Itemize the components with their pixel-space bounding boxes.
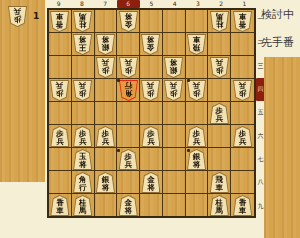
- piece-kanji: 歩兵: [170, 82, 178, 97]
- board-cell-9九[interactable]: 香車: [49, 194, 72, 216]
- piece-kanji: 銀将: [170, 59, 178, 74]
- board-cell-5七[interactable]: [140, 148, 163, 171]
- sente-gold[interactable]: 金将: [119, 195, 138, 216]
- gote-rook[interactable]: 飛車: [187, 34, 206, 55]
- board-cell-9一[interactable]: 香車: [49, 10, 72, 33]
- gote-pawn[interactable]: 歩兵: [164, 80, 183, 101]
- gote-hand-pawn-count: 1: [33, 11, 39, 21]
- piece-kanji: 王将: [79, 36, 87, 51]
- file-label-8: 8: [70, 0, 93, 8]
- piece-kanji: 玉将: [79, 153, 87, 168]
- board-cell-3二[interactable]: 飛車: [186, 33, 209, 56]
- piece-kanji: 金将: [124, 13, 132, 28]
- board-cell-2八[interactable]: 飛車: [208, 171, 231, 194]
- gote-pawn[interactable]: 歩兵: [119, 57, 138, 78]
- board-cell-5五[interactable]: [140, 102, 163, 125]
- board-cell-9二[interactable]: [49, 33, 72, 56]
- file-label-3: 3: [186, 0, 209, 8]
- piece-kanji: 歩兵: [124, 153, 132, 168]
- board-cell-6四[interactable]: 角行: [117, 79, 140, 102]
- piece-kanji: 桂馬: [79, 199, 87, 214]
- board-cell-6七[interactable]: 歩兵: [117, 148, 140, 171]
- gote-lance[interactable]: 香車: [50, 11, 69, 32]
- file-label-9: 9: [47, 0, 70, 8]
- board-cell-8一[interactable]: 桂馬: [72, 10, 95, 33]
- file-label-5: 5: [140, 0, 163, 8]
- board-cell-6一[interactable]: 金将: [117, 10, 140, 33]
- gote-knight[interactable]: 桂馬: [210, 11, 229, 32]
- board-cell-8二[interactable]: 王将: [72, 33, 95, 56]
- sente-silver[interactable]: 銀将: [187, 149, 206, 170]
- board-cell-8七[interactable]: 玉将: [72, 148, 95, 171]
- file-label-1: 1: [233, 0, 256, 8]
- board-cell-7四[interactable]: [95, 79, 118, 102]
- board-cell-4三[interactable]: 銀将: [163, 56, 186, 79]
- board-cell-7九[interactable]: [95, 194, 118, 216]
- board-cell-1七[interactable]: [231, 148, 254, 171]
- piece-kanji: 歩兵: [79, 82, 87, 97]
- board-cell-7七[interactable]: [95, 148, 118, 171]
- sente-pawn[interactable]: 歩兵: [233, 126, 252, 147]
- piece-kanji: 歩兵: [79, 130, 87, 145]
- sente-pawn[interactable]: 歩兵: [141, 126, 160, 147]
- sente-knight[interactable]: 桂馬: [210, 195, 229, 216]
- board-cell-7六[interactable]: 歩兵: [95, 125, 118, 148]
- piece-kanji: 金将: [147, 36, 155, 51]
- board-cell-1一[interactable]: 香車: [231, 10, 254, 33]
- piece-kanji: 歩兵: [216, 59, 224, 74]
- board-cell-4七[interactable]: [163, 148, 186, 171]
- gote-captured-stand: 歩兵 1: [0, 0, 45, 182]
- board-cell-7二[interactable]: 銀将: [95, 33, 118, 56]
- piece-kanji: 歩兵: [102, 130, 110, 145]
- gote-pawn[interactable]: 歩兵: [187, 80, 206, 101]
- shogi-app: 歩兵 1 987654321 一二三四五六七八九 香車桂馬金将桂馬香車王将銀将金…: [0, 0, 300, 238]
- board-cell-4八[interactable]: [163, 171, 186, 194]
- piece-kanji: 銀将: [102, 176, 110, 191]
- board-cell-6八[interactable]: [117, 171, 140, 194]
- board-cell-5六[interactable]: 歩兵: [140, 125, 163, 148]
- gote-pawn[interactable]: 歩兵: [233, 80, 252, 101]
- gote-pawn[interactable]: 歩兵: [210, 57, 229, 78]
- piece-kanji: 角行: [79, 176, 87, 191]
- board-cell-6三[interactable]: 歩兵: [117, 56, 140, 79]
- board-cell-3一[interactable]: [186, 10, 209, 33]
- board-cell-8八[interactable]: 角行: [72, 171, 95, 194]
- piece-kanji: 歩兵: [239, 82, 247, 97]
- file-label-6: 6: [117, 0, 140, 8]
- board-cell-7一[interactable]: [95, 10, 118, 33]
- board-cell-3八[interactable]: [186, 171, 209, 194]
- board-cell-6六[interactable]: [117, 125, 140, 148]
- gote-lance[interactable]: 香車: [233, 11, 252, 32]
- star-point: [187, 79, 190, 82]
- board-cell-9六[interactable]: 歩兵: [49, 125, 72, 148]
- gote-pawn[interactable]: 歩兵: [50, 80, 69, 101]
- board-cell-3三[interactable]: [186, 56, 209, 79]
- piece-kanji: 歩兵: [124, 59, 132, 74]
- piece-kanji: 歩兵: [147, 130, 155, 145]
- gote-pawn[interactable]: 歩兵: [141, 80, 160, 101]
- board-cell-9五[interactable]: [49, 102, 72, 125]
- board-cell-2四[interactable]: [208, 79, 231, 102]
- board-cell-4四[interactable]: 歩兵: [163, 79, 186, 102]
- board-cell-1二[interactable]: [231, 33, 254, 56]
- board-cell-3九[interactable]: [186, 194, 209, 216]
- board-cell-2九[interactable]: 桂馬: [208, 194, 231, 216]
- sente-pawn[interactable]: 歩兵: [50, 126, 69, 147]
- sente-silver[interactable]: 銀将: [96, 172, 115, 193]
- piece-kanji: 銀将: [193, 153, 201, 168]
- gote-knight[interactable]: 桂馬: [73, 11, 92, 32]
- board-cell-8六[interactable]: 歩兵: [72, 125, 95, 148]
- sente-pawn[interactable]: 歩兵: [210, 103, 229, 124]
- sente-pawn[interactable]: 歩兵: [96, 126, 115, 147]
- status-text: 検討中: [261, 7, 294, 22]
- piece-kanji: 歩兵: [193, 130, 201, 145]
- sente-knight[interactable]: 桂馬: [73, 195, 92, 216]
- piece-kanji: 歩兵: [193, 82, 201, 97]
- board-cell-2一[interactable]: 桂馬: [208, 10, 231, 33]
- piece-kanji: 歩兵: [56, 82, 64, 97]
- board-cell-6九[interactable]: 金将: [117, 194, 140, 216]
- gote-pawn[interactable]: 歩兵: [96, 57, 115, 78]
- file-labels: 987654321: [47, 0, 256, 8]
- board-cell-4五[interactable]: [163, 102, 186, 125]
- board-cell-1六[interactable]: 歩兵: [231, 125, 254, 148]
- star-point: [117, 149, 120, 152]
- board-cell-6五[interactable]: [117, 102, 140, 125]
- file-label-2: 2: [210, 0, 233, 8]
- board-cell-2二[interactable]: [208, 33, 231, 56]
- board-cell-8九[interactable]: 桂馬: [72, 194, 95, 216]
- sente-rook[interactable]: 飛車: [210, 172, 229, 193]
- board-cell-8五[interactable]: [72, 102, 95, 125]
- board-cell-2七[interactable]: [208, 148, 231, 171]
- board-cell-2三[interactable]: 歩兵: [208, 56, 231, 79]
- piece-kanji: 銀将: [102, 36, 110, 51]
- board-cell-1三[interactable]: [231, 56, 254, 79]
- gote-hand-pawn[interactable]: 歩兵: [8, 6, 27, 27]
- board-cell-1四[interactable]: 歩兵: [231, 79, 254, 102]
- board-cell-2五[interactable]: 歩兵: [208, 102, 231, 125]
- shogi-board: 香車桂馬金将桂馬香車王将銀将金将飛車歩兵歩兵銀将歩兵歩兵歩兵角行歩兵歩兵歩兵歩兵…: [47, 8, 256, 218]
- board-cell-5八[interactable]: 金将: [140, 171, 163, 194]
- board-cell-8三[interactable]: [72, 56, 95, 79]
- board-cell-9三[interactable]: [49, 56, 72, 79]
- piece-kanji: 角行: [124, 82, 132, 97]
- gote-king[interactable]: 王将: [73, 34, 92, 55]
- board-cell-3四[interactable]: 歩兵: [186, 79, 209, 102]
- piece-kanji: 歩兵: [239, 130, 247, 145]
- star-point: [187, 149, 190, 152]
- board-cell-9八[interactable]: [49, 171, 72, 194]
- piece-kanji: 金将: [124, 199, 132, 214]
- sente-king[interactable]: 玉将: [73, 149, 92, 170]
- sente-lance[interactable]: 香車: [50, 195, 69, 216]
- board-cell-3六[interactable]: 歩兵: [186, 125, 209, 148]
- piece-kanji: 歩兵: [147, 82, 155, 97]
- board-cell-9七[interactable]: [49, 148, 72, 171]
- star-point: [117, 79, 120, 82]
- board-cell-5二[interactable]: 金将: [140, 33, 163, 56]
- piece-kanji: 桂馬: [216, 13, 224, 28]
- piece-kanji: 飛車: [193, 36, 201, 51]
- piece-kanji: 飛車: [216, 176, 224, 191]
- sente-pawn[interactable]: 歩兵: [73, 126, 92, 147]
- piece-kanji: 歩兵: [14, 8, 22, 23]
- board-cell-9四[interactable]: 歩兵: [49, 79, 72, 102]
- gote-gold[interactable]: 金将: [119, 11, 138, 32]
- piece-kanji: 桂馬: [79, 13, 87, 28]
- board-cell-8四[interactable]: 歩兵: [72, 79, 95, 102]
- board-cell-2六[interactable]: [208, 125, 231, 148]
- gote-bishop[interactable]: 角行: [119, 80, 138, 101]
- piece-kanji: 香車: [56, 199, 64, 214]
- board-cell-4九[interactable]: [163, 194, 186, 216]
- piece-kanji: 歩兵: [216, 107, 224, 122]
- board-cell-7五[interactable]: [95, 102, 118, 125]
- board-cell-7三[interactable]: 歩兵: [95, 56, 118, 79]
- piece-kanji: 歩兵: [56, 130, 64, 145]
- board-cell-1九[interactable]: 香車: [231, 194, 254, 216]
- board-cell-4二[interactable]: [163, 33, 186, 56]
- file-label-4: 4: [163, 0, 186, 8]
- board-cell-5九[interactable]: [140, 194, 163, 216]
- board-cell-7八[interactable]: 銀将: [95, 171, 118, 194]
- board-cell-1八[interactable]: [231, 171, 254, 194]
- piece-kanji: 香車: [239, 13, 247, 28]
- piece-kanji: 桂馬: [216, 199, 224, 214]
- board-cell-4一[interactable]: [163, 10, 186, 33]
- sente-captured-stand: [264, 57, 300, 238]
- turn-indicator: 先手番: [261, 35, 294, 50]
- sente-gold[interactable]: 金将: [141, 172, 160, 193]
- board-cell-5四[interactable]: 歩兵: [140, 79, 163, 102]
- gote-pawn[interactable]: 歩兵: [8, 6, 27, 27]
- board-cell-1五[interactable]: [231, 102, 254, 125]
- sente-bishop[interactable]: 角行: [73, 172, 92, 193]
- gote-silver[interactable]: 銀将: [96, 34, 115, 55]
- board-cell-5一[interactable]: [140, 10, 163, 33]
- piece-kanji: 金将: [147, 176, 155, 191]
- board-cell-5三[interactable]: [140, 56, 163, 79]
- piece-kanji: 香車: [239, 199, 247, 214]
- board-cell-6二[interactable]: [117, 33, 140, 56]
- piece-kanji: 香車: [56, 13, 64, 28]
- gote-pawn[interactable]: 歩兵: [73, 80, 92, 101]
- board-cell-3五[interactable]: [186, 102, 209, 125]
- gote-silver[interactable]: 銀将: [164, 57, 183, 78]
- sente-lance[interactable]: 香車: [233, 195, 252, 216]
- piece-kanji: 歩兵: [102, 59, 110, 74]
- board-cell-4六[interactable]: [163, 125, 186, 148]
- file-label-7: 7: [93, 0, 116, 8]
- gote-gold[interactable]: 金将: [141, 34, 160, 55]
- sente-pawn[interactable]: 歩兵: [119, 149, 138, 170]
- sente-pawn[interactable]: 歩兵: [187, 126, 206, 147]
